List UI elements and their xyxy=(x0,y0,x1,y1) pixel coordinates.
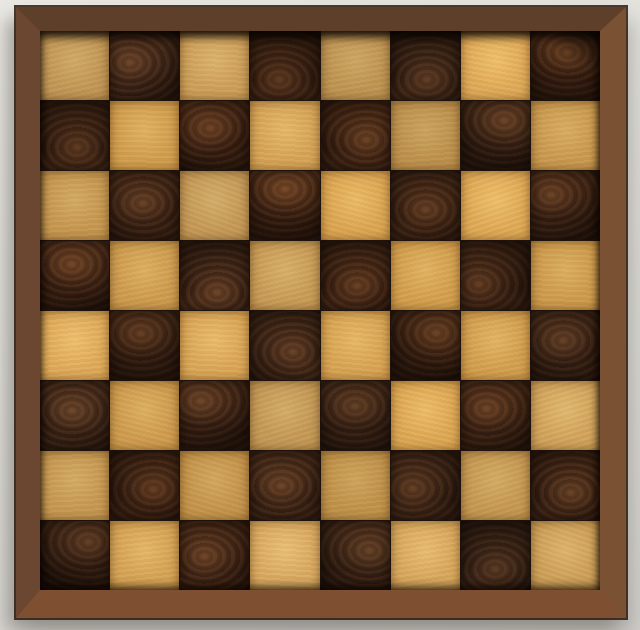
square-f1[interactable] xyxy=(391,521,460,590)
square-a3[interactable] xyxy=(40,381,109,450)
square-d2[interactable] xyxy=(250,451,319,520)
square-d8[interactable] xyxy=(250,31,319,100)
square-d4[interactable] xyxy=(250,311,319,380)
square-f7[interactable] xyxy=(391,101,460,170)
square-h5[interactable] xyxy=(531,241,600,310)
square-d5[interactable] xyxy=(250,241,319,310)
square-e6[interactable] xyxy=(321,171,390,240)
square-a4[interactable] xyxy=(40,311,109,380)
square-b6[interactable] xyxy=(110,171,179,240)
board-frame xyxy=(16,7,626,618)
square-c6[interactable] xyxy=(180,171,249,240)
square-h4[interactable] xyxy=(531,311,600,380)
square-h6[interactable] xyxy=(531,171,600,240)
square-b4[interactable] xyxy=(110,311,179,380)
square-a6[interactable] xyxy=(40,171,109,240)
square-f4[interactable] xyxy=(391,311,460,380)
square-f5[interactable] xyxy=(391,241,460,310)
square-f8[interactable] xyxy=(391,31,460,100)
square-a5[interactable] xyxy=(40,241,109,310)
square-b5[interactable] xyxy=(110,241,179,310)
square-g2[interactable] xyxy=(461,451,530,520)
square-e7[interactable] xyxy=(321,101,390,170)
square-g5[interactable] xyxy=(461,241,530,310)
square-d6[interactable] xyxy=(250,171,319,240)
square-c5[interactable] xyxy=(180,241,249,310)
square-b1[interactable] xyxy=(110,521,179,590)
square-b3[interactable] xyxy=(110,381,179,450)
square-h3[interactable] xyxy=(531,381,600,450)
square-f2[interactable] xyxy=(391,451,460,520)
square-f3[interactable] xyxy=(391,381,460,450)
square-g7[interactable] xyxy=(461,101,530,170)
square-a2[interactable] xyxy=(40,451,109,520)
square-b2[interactable] xyxy=(110,451,179,520)
square-e5[interactable] xyxy=(321,241,390,310)
chess-board xyxy=(40,31,600,590)
square-h2[interactable] xyxy=(531,451,600,520)
square-f6[interactable] xyxy=(391,171,460,240)
square-c1[interactable] xyxy=(180,521,249,590)
square-e1[interactable] xyxy=(321,521,390,590)
square-c2[interactable] xyxy=(180,451,249,520)
square-c8[interactable] xyxy=(180,31,249,100)
square-g3[interactable] xyxy=(461,381,530,450)
square-h8[interactable] xyxy=(531,31,600,100)
square-h7[interactable] xyxy=(531,101,600,170)
square-g8[interactable] xyxy=(461,31,530,100)
square-d3[interactable] xyxy=(250,381,319,450)
square-e8[interactable] xyxy=(321,31,390,100)
square-b7[interactable] xyxy=(110,101,179,170)
square-c7[interactable] xyxy=(180,101,249,170)
square-g1[interactable] xyxy=(461,521,530,590)
square-d7[interactable] xyxy=(250,101,319,170)
square-a7[interactable] xyxy=(40,101,109,170)
square-g4[interactable] xyxy=(461,311,530,380)
square-a8[interactable] xyxy=(40,31,109,100)
square-c4[interactable] xyxy=(180,311,249,380)
square-h1[interactable] xyxy=(531,521,600,590)
photo-background xyxy=(0,0,640,630)
square-d1[interactable] xyxy=(250,521,319,590)
square-b8[interactable] xyxy=(110,31,179,100)
square-c3[interactable] xyxy=(180,381,249,450)
square-a1[interactable] xyxy=(40,521,109,590)
square-e2[interactable] xyxy=(321,451,390,520)
square-g6[interactable] xyxy=(461,171,530,240)
square-e3[interactable] xyxy=(321,381,390,450)
square-e4[interactable] xyxy=(321,311,390,380)
